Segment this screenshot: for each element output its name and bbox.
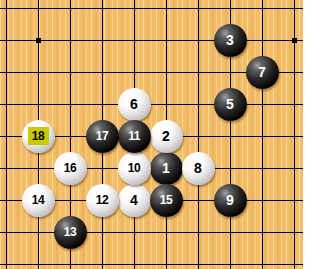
grid-hline [0,8,303,9]
stone-white-12: 12 [86,184,119,217]
move-number: 3 [226,33,234,47]
stone-white-2: 2 [150,120,183,153]
stone-white-14: 14 [22,184,55,217]
grid-hline [0,264,303,265]
stone-black-7: 7 [246,56,279,89]
move-number: 13 [64,226,76,238]
stone-black-11: 11 [118,120,151,153]
move-number: 15 [160,194,172,206]
move-number: 2 [162,129,170,143]
go-board[interactable]: 123456789101112131415161718 [0,0,303,269]
move-number: 4 [130,193,138,207]
move-number: 7 [258,65,266,79]
star-point [292,38,297,43]
stone-white-8: 8 [182,152,215,185]
grid-hline [0,40,303,41]
stone-white-10: 10 [118,152,151,185]
last-move-highlight: 18 [28,127,49,145]
stone-white-18: 18 [22,120,55,153]
screenshot-root: { "game": "go", "board": { "visible_cols… [0,0,320,269]
move-number: 18 [32,130,44,142]
move-number: 16 [64,162,76,174]
stone-black-17: 17 [86,120,119,153]
move-number: 9 [226,193,234,207]
star-point [36,38,41,43]
grid-hline [0,232,303,233]
move-number: 14 [32,194,44,206]
stone-white-16: 16 [54,152,87,185]
stone-white-6: 6 [118,88,151,121]
move-number: 17 [96,130,108,142]
stone-black-15: 15 [150,184,183,217]
stone-black-5: 5 [214,88,247,121]
move-number: 1 [162,161,170,175]
move-number: 8 [194,161,202,175]
stone-black-1: 1 [150,152,183,185]
stone-black-9: 9 [214,184,247,217]
stone-black-3: 3 [214,24,247,57]
grid-hline [0,104,303,105]
move-number: 10 [128,162,140,174]
stone-black-13: 13 [54,216,87,249]
move-number: 11 [128,130,140,142]
move-number: 6 [130,97,138,111]
move-number: 12 [96,194,108,206]
stone-white-4: 4 [118,184,151,217]
move-number: 5 [226,97,234,111]
